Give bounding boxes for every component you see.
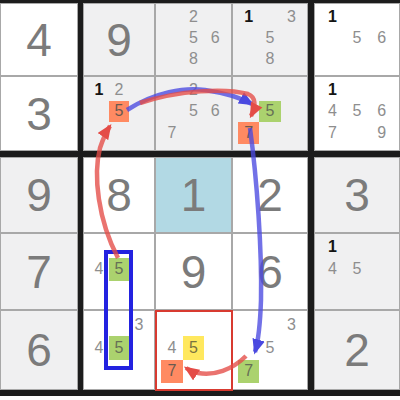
candidate-empty: [320, 48, 345, 69]
cell-value: 9: [84, 4, 154, 75]
cell-r3c4[interactable]: 2: [232, 157, 308, 233]
candidate-empty: [320, 27, 345, 48]
candidate-grid: 145: [320, 236, 394, 303]
candidate-4: 4: [320, 258, 345, 280]
candidate-empty: [238, 79, 259, 101]
candidate-5: 5: [183, 101, 205, 123]
candidate-empty: [238, 48, 259, 69]
candidate-empty: [345, 122, 370, 144]
cell-r5c4[interactable]: 357: [232, 310, 308, 390]
cell-r1c5[interactable]: 156: [314, 3, 400, 76]
candidate-empty: [281, 27, 302, 48]
cell-r3c1[interactable]: 9: [0, 157, 78, 233]
cell-r3c5[interactable]: 3: [314, 157, 400, 233]
cell-r5c5[interactable]: 2: [314, 310, 400, 390]
candidate-empty: [238, 313, 259, 336]
cell-r1c1[interactable]: 4: [0, 3, 78, 76]
cell-value: 2: [233, 158, 307, 232]
cell-r4c3[interactable]: 9: [155, 233, 232, 310]
candidate-grid: 156: [320, 6, 394, 69]
target-cell-rect: [155, 310, 233, 391]
candidate-empty: [89, 101, 109, 123]
cell-r1c4[interactable]: 1358: [232, 3, 308, 76]
candidate-empty: [161, 79, 183, 101]
candidate-empty: [238, 101, 259, 123]
candidate-grid: 57: [238, 79, 302, 144]
cell-value: 6: [1, 311, 77, 389]
candidate-4: 4: [320, 101, 345, 123]
candidate-empty: [259, 6, 280, 27]
candidate-empty: [129, 122, 149, 144]
candidate-5: 5: [345, 258, 370, 280]
candidate-empty: [369, 258, 394, 280]
box-border: [0, 151, 400, 157]
candidate-empty: [345, 48, 370, 69]
cell-value: 3: [315, 158, 399, 232]
candidate-3: 3: [281, 6, 302, 27]
candidate-empty: [259, 360, 280, 383]
cell-r5c1[interactable]: 6: [0, 310, 78, 390]
cell-r4c5[interactable]: 145: [314, 233, 400, 310]
candidate-1-bold: 1: [320, 79, 345, 101]
box-border: [308, 0, 314, 396]
candidate-5: 5: [345, 27, 370, 48]
cell-r2c4[interactable]: 57: [232, 76, 308, 151]
candidate-6: 6: [369, 101, 394, 123]
candidate-5: 5: [183, 27, 205, 48]
candidate-1-bold: 1: [320, 6, 345, 27]
cell-r2c1[interactable]: 3: [0, 76, 78, 151]
candidate-6: 6: [369, 27, 394, 48]
candidate-empty: [129, 101, 149, 123]
candidate-7: 7: [320, 122, 345, 144]
candidate-empty: [281, 122, 302, 144]
candidate-empty: [281, 48, 302, 69]
candidate-empty: [204, 122, 226, 144]
group-highlight-rect: [104, 250, 133, 370]
cell-value: 6: [233, 234, 307, 309]
candidate-empty: [129, 79, 149, 101]
candidate-empty: [161, 27, 183, 48]
candidate-empty: [345, 6, 370, 27]
cell-value: 2: [315, 311, 399, 389]
cell-r1c3[interactable]: 2568: [155, 3, 232, 76]
cell-r2c2[interactable]: 125: [83, 76, 155, 151]
candidate-empty: [369, 281, 394, 303]
candidate-empty: [161, 6, 183, 27]
candidate-1-bold: 1: [238, 6, 259, 27]
candidate-1-bold: 1: [89, 79, 109, 101]
cell-r4c1[interactable]: 7: [0, 233, 78, 310]
candidate-empty: [161, 48, 183, 69]
cell-value: 7: [1, 234, 77, 309]
candidate-empty: [259, 122, 280, 144]
cell-r4c4[interactable]: 6: [232, 233, 308, 310]
candidate-empty: [238, 336, 259, 359]
candidate-empty: [345, 236, 370, 258]
candidate-5: 5: [345, 101, 370, 123]
candidate-2: 2: [109, 79, 129, 101]
candidate-5: 5: [259, 336, 280, 359]
candidate-empty: [281, 336, 302, 359]
candidate-5-orange: 5: [109, 101, 129, 123]
candidate-empty: [259, 79, 280, 101]
candidate-empty: [238, 27, 259, 48]
cell-value: 4: [1, 4, 77, 75]
candidate-3: 3: [281, 313, 302, 336]
candidate-empty: [161, 101, 183, 123]
candidate-empty: [281, 101, 302, 123]
sudoku-board: 4925681358156312525675714567998123745961…: [0, 0, 400, 400]
cell-r3c2[interactable]: 8: [83, 157, 155, 233]
candidate-5: 5: [259, 27, 280, 48]
box-border: [78, 0, 83, 396]
candidate-grid: 125: [89, 79, 149, 144]
candidate-grid: 145679: [320, 79, 394, 144]
candidate-7: 7: [161, 122, 183, 144]
candidate-empty: [109, 122, 129, 144]
candidate-grid: 2567: [161, 79, 226, 144]
candidate-empty: [369, 236, 394, 258]
cell-value: 9: [1, 158, 77, 232]
cell-value: 9: [156, 234, 231, 309]
candidate-empty: [204, 48, 226, 69]
candidate-empty: [204, 79, 226, 101]
candidate-8: 8: [183, 48, 205, 69]
candidate-6: 6: [204, 101, 226, 123]
candidate-empty: [183, 122, 205, 144]
cell-r2c5[interactable]: 145679: [314, 76, 400, 151]
candidate-empty: [369, 48, 394, 69]
candidate-2: 2: [183, 79, 205, 101]
candidate-empty: [369, 79, 394, 101]
candidate-6: 6: [204, 27, 226, 48]
candidate-empty: [281, 360, 302, 383]
candidate-empty: [345, 281, 370, 303]
candidate-7-orange: 7: [238, 122, 259, 144]
cell-value: 1: [156, 158, 231, 232]
candidate-5-green: 5: [259, 101, 280, 123]
candidate-grid: 1358: [238, 6, 302, 69]
candidate-2: 2: [183, 6, 205, 27]
candidate-empty: [320, 281, 345, 303]
candidate-empty: [345, 79, 370, 101]
candidate-7-green: 7: [238, 360, 259, 383]
candidate-empty: [89, 122, 109, 144]
candidate-grid: 357: [238, 313, 302, 383]
candidate-9: 9: [369, 122, 394, 144]
candidate-empty: [369, 6, 394, 27]
cell-value: 3: [1, 77, 77, 150]
candidate-empty: [281, 79, 302, 101]
candidate-8: 8: [259, 48, 280, 69]
candidate-1-bold: 1: [320, 236, 345, 258]
candidate-grid: 2568: [161, 6, 226, 69]
cell-r2c3[interactable]: 2567: [155, 76, 232, 151]
box-border: [0, 0, 400, 3]
candidate-empty: [204, 6, 226, 27]
cell-value: 8: [84, 158, 154, 232]
candidate-empty: [259, 313, 280, 336]
cell-r1c2[interactable]: 9: [83, 3, 155, 76]
cell-r3c3[interactable]: 1: [155, 157, 232, 233]
